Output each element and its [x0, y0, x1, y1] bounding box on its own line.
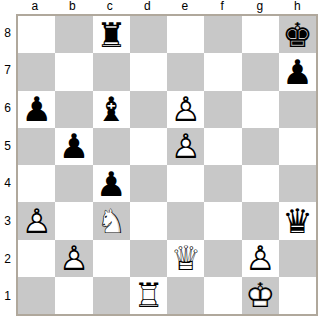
square-e1[interactable]: [167, 277, 204, 314]
file-label-c: c: [91, 0, 129, 13]
square-a2[interactable]: [18, 240, 55, 277]
piece-black-queen[interactable]: ♛: [279, 202, 316, 239]
piece-white-queen[interactable]: ♛♕: [167, 240, 204, 277]
piece-white-pawn[interactable]: ♟♙: [242, 240, 279, 277]
square-e4[interactable]: [167, 165, 204, 202]
piece-glyph: ♛: [282, 204, 312, 238]
square-f3[interactable]: [204, 202, 241, 239]
piece-glyph: ♙: [21, 204, 51, 238]
file-label-a: a: [16, 0, 54, 13]
square-f2[interactable]: [204, 240, 241, 277]
square-d5[interactable]: [130, 128, 167, 165]
square-b3[interactable]: [55, 202, 92, 239]
square-g5[interactable]: [242, 128, 279, 165]
square-g3[interactable]: [242, 202, 279, 239]
square-f8[interactable]: [204, 16, 241, 53]
square-g1[interactable]: ♚♔: [242, 277, 279, 314]
square-e6[interactable]: ♟♙: [167, 91, 204, 128]
square-g4[interactable]: [242, 165, 279, 202]
piece-black-pawn[interactable]: ♟: [55, 128, 92, 165]
piece-glyph: ♘: [96, 204, 126, 238]
square-e7[interactable]: [167, 53, 204, 90]
square-b5[interactable]: ♟: [55, 128, 92, 165]
chess-diagram: abcdefgh 87654321 ♜♚♟♟♝♟♙♟♟♙♟♟♙♞♘♛♟♙♛♕♟♙…: [0, 0, 320, 320]
piece-glyph: ♟: [96, 167, 126, 201]
file-label-b: b: [54, 0, 92, 13]
piece-glyph: ♔: [245, 278, 275, 312]
piece-white-rook[interactable]: ♜♖: [130, 277, 167, 314]
square-g8[interactable]: [242, 16, 279, 53]
square-h7[interactable]: ♟: [279, 53, 316, 90]
piece-glyph: ♟: [59, 129, 89, 163]
square-d6[interactable]: [130, 91, 167, 128]
square-d7[interactable]: [130, 53, 167, 90]
square-d4[interactable]: [130, 165, 167, 202]
file-label-f: f: [204, 0, 242, 13]
rank-label-1: 1: [0, 277, 15, 315]
piece-white-pawn[interactable]: ♟♙: [167, 91, 204, 128]
piece-glyph: ♜: [96, 18, 126, 52]
square-d1[interactable]: ♜♖: [130, 277, 167, 314]
square-g7[interactable]: [242, 53, 279, 90]
piece-black-pawn[interactable]: ♟: [93, 165, 130, 202]
square-f7[interactable]: [204, 53, 241, 90]
piece-black-king[interactable]: ♚: [279, 16, 316, 53]
rank-label-4: 4: [0, 165, 15, 203]
square-h8[interactable]: ♚: [279, 16, 316, 53]
piece-white-pawn[interactable]: ♟♙: [167, 128, 204, 165]
square-c5[interactable]: [93, 128, 130, 165]
square-f4[interactable]: [204, 165, 241, 202]
chess-board: ♜♚♟♟♝♟♙♟♟♙♟♟♙♞♘♛♟♙♛♕♟♙♜♖♚♔: [16, 14, 318, 316]
square-a6[interactable]: ♟: [18, 91, 55, 128]
piece-glyph: ♕: [170, 241, 200, 275]
rank-labels: 87654321: [0, 14, 15, 315]
file-label-e: e: [166, 0, 204, 13]
square-h5[interactable]: [279, 128, 316, 165]
rank-label-2: 2: [0, 240, 15, 278]
piece-white-pawn[interactable]: ♟♙: [55, 240, 92, 277]
square-d8[interactable]: [130, 16, 167, 53]
rank-label-7: 7: [0, 52, 15, 90]
piece-glyph: ♙: [245, 241, 275, 275]
square-c4[interactable]: ♟: [93, 165, 130, 202]
square-b6[interactable]: [55, 91, 92, 128]
rank-label-3: 3: [0, 202, 15, 240]
square-c2[interactable]: [93, 240, 130, 277]
square-h1[interactable]: [279, 277, 316, 314]
piece-white-knight[interactable]: ♞♘: [93, 202, 130, 239]
piece-white-pawn[interactable]: ♟♙: [18, 202, 55, 239]
square-c7[interactable]: [93, 53, 130, 90]
square-b1[interactable]: [55, 277, 92, 314]
file-label-h: h: [279, 0, 317, 13]
rank-label-6: 6: [0, 89, 15, 127]
piece-glyph: ♙: [170, 92, 200, 126]
rank-label-8: 8: [0, 14, 15, 52]
square-a7[interactable]: [18, 53, 55, 90]
square-c1[interactable]: [93, 277, 130, 314]
square-g6[interactable]: [242, 91, 279, 128]
square-b8[interactable]: [55, 16, 92, 53]
square-e2[interactable]: ♛♕: [167, 240, 204, 277]
square-f6[interactable]: [204, 91, 241, 128]
piece-white-king[interactable]: ♚♔: [242, 277, 279, 314]
square-a1[interactable]: [18, 277, 55, 314]
piece-black-pawn[interactable]: ♟: [279, 53, 316, 90]
square-a5[interactable]: [18, 128, 55, 165]
rank-label-5: 5: [0, 127, 15, 165]
square-a3[interactable]: ♟♙: [18, 202, 55, 239]
piece-glyph: ♟: [282, 55, 312, 89]
square-d2[interactable]: [130, 240, 167, 277]
square-f5[interactable]: [204, 128, 241, 165]
square-h6[interactable]: [279, 91, 316, 128]
square-b7[interactable]: [55, 53, 92, 90]
piece-black-bishop[interactable]: ♝: [93, 91, 130, 128]
square-c3[interactable]: ♞♘: [93, 202, 130, 239]
piece-glyph: ♙: [59, 241, 89, 275]
piece-black-rook[interactable]: ♜: [93, 16, 130, 53]
square-b4[interactable]: [55, 165, 92, 202]
square-e5[interactable]: ♟♙: [167, 128, 204, 165]
square-h4[interactable]: [279, 165, 316, 202]
square-d3[interactable]: [130, 202, 167, 239]
square-a4[interactable]: [18, 165, 55, 202]
piece-glyph: ♙: [170, 129, 200, 163]
file-labels: abcdefgh: [16, 0, 316, 13]
square-e3[interactable]: [167, 202, 204, 239]
square-g2[interactable]: ♟♙: [242, 240, 279, 277]
square-e8[interactable]: [167, 16, 204, 53]
square-f1[interactable]: [204, 277, 241, 314]
piece-glyph: ♚: [282, 18, 312, 52]
square-c6[interactable]: ♝: [93, 91, 130, 128]
square-a8[interactable]: [18, 16, 55, 53]
square-h3[interactable]: ♛: [279, 202, 316, 239]
piece-glyph: ♖: [133, 278, 163, 312]
file-label-g: g: [241, 0, 279, 13]
piece-glyph: ♟: [21, 92, 51, 126]
square-c8[interactable]: ♜: [93, 16, 130, 53]
square-h2[interactable]: [279, 240, 316, 277]
file-label-d: d: [129, 0, 167, 13]
piece-glyph: ♝: [96, 92, 126, 126]
square-b2[interactable]: ♟♙: [55, 240, 92, 277]
piece-black-pawn[interactable]: ♟: [18, 91, 55, 128]
